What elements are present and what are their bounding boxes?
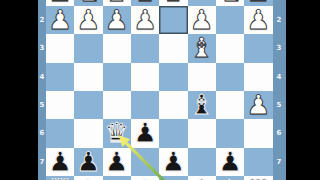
square-b3[interactable] (216, 34, 244, 62)
rank-coords-right: 12345678 (273, 0, 286, 180)
square-g6[interactable] (74, 119, 102, 147)
rank-label-right-7: 7 (273, 158, 286, 166)
rank-label-right-5: 5 (273, 101, 286, 109)
rank-label-left-6: 6 (38, 129, 46, 137)
rank-coords-left: 12345678 (38, 0, 46, 180)
square-d6[interactable] (159, 119, 187, 147)
square-a6[interactable] (244, 119, 272, 147)
square-h2[interactable]: ♟ (46, 6, 74, 34)
square-g4[interactable] (74, 63, 102, 91)
white-pawn-a5: ♟ (246, 91, 270, 119)
square-c6[interactable] (188, 119, 216, 147)
black-pawn-d7: ♟ (161, 148, 185, 176)
white-pawn-e2: ♟ (133, 6, 157, 34)
square-h6[interactable] (46, 119, 74, 147)
white-pawn-a2: ♟ (246, 6, 270, 34)
black-bishop-c8: ♝ (190, 176, 214, 180)
square-d7[interactable]: ♟ (159, 148, 187, 176)
black-pawn-e6: ♟ (133, 119, 157, 147)
rank-label-left-2: 2 (38, 16, 46, 24)
rank-label-left-4: 4 (38, 73, 46, 81)
square-h5[interactable] (46, 91, 74, 119)
square-a3[interactable] (244, 34, 272, 62)
black-pawn-b7: ♟ (218, 148, 242, 176)
square-e8[interactable]: ♚ (131, 176, 159, 180)
square-e5[interactable] (131, 91, 159, 119)
square-h7[interactable]: ♟ (46, 148, 74, 176)
square-h8[interactable]: ♜ (46, 176, 74, 180)
black-pawn-h7: ♟ (48, 148, 72, 176)
square-c2[interactable]: ♟ (188, 6, 216, 34)
square-d8[interactable] (159, 176, 187, 180)
square-c4[interactable] (188, 63, 216, 91)
square-d2[interactable] (159, 6, 187, 34)
black-king-e8: ♚ (133, 176, 157, 180)
white-pawn-g2: ♟ (76, 6, 100, 34)
rank-label-right-4: 4 (273, 73, 286, 81)
square-f4[interactable] (103, 63, 131, 91)
square-a7[interactable] (244, 148, 272, 176)
square-a4[interactable] (244, 63, 272, 91)
square-b7[interactable]: ♟ (216, 148, 244, 176)
square-g3[interactable] (74, 34, 102, 62)
square-e2[interactable]: ♟ (131, 6, 159, 34)
black-rook-a8: ♜ (246, 176, 270, 180)
square-g7[interactable]: ♟ (74, 148, 102, 176)
square-g2[interactable]: ♟ (74, 6, 102, 34)
square-f8[interactable] (103, 176, 131, 180)
screenshot-root: 12345678 12345678 ♜♞♝♚♛♞♜♟♟♟♟♟♟♝♝♟♛♟♟♟♟♟… (0, 0, 320, 180)
square-f6[interactable]: ♛ (103, 119, 131, 147)
square-a8[interactable]: ♜ (244, 176, 272, 180)
rank-label-left-3: 3 (38, 44, 46, 52)
letterbox-left (0, 0, 38, 180)
square-h3[interactable] (46, 34, 74, 62)
square-b8[interactable]: ♞ (216, 176, 244, 180)
rank-label-right-6: 6 (273, 129, 286, 137)
square-f2[interactable]: ♟ (103, 6, 131, 34)
rank-label-left-5: 5 (38, 101, 46, 109)
square-f7[interactable]: ♟ (103, 148, 131, 176)
square-c7[interactable] (188, 148, 216, 176)
square-d5[interactable] (159, 91, 187, 119)
square-c8[interactable]: ♝ (188, 176, 216, 180)
square-b4[interactable] (216, 63, 244, 91)
square-c3[interactable]: ♝ (188, 34, 216, 62)
square-b2[interactable] (216, 6, 244, 34)
black-knight-b8: ♞ (218, 176, 242, 180)
square-c5[interactable]: ♝ (188, 91, 216, 119)
rank-label-right-2: 2 (273, 16, 286, 24)
square-g5[interactable] (74, 91, 102, 119)
black-knight-g8: ♞ (76, 176, 100, 180)
square-e3[interactable] (131, 34, 159, 62)
black-pawn-f7: ♟ (105, 148, 129, 176)
square-f5[interactable] (103, 91, 131, 119)
letterbox-right (286, 0, 320, 180)
square-a5[interactable]: ♟ (244, 91, 272, 119)
square-d4[interactable] (159, 63, 187, 91)
square-g8[interactable]: ♞ (74, 176, 102, 180)
square-d3[interactable] (159, 34, 187, 62)
white-pawn-c2: ♟ (190, 6, 214, 34)
square-b6[interactable] (216, 119, 244, 147)
square-e7[interactable] (131, 148, 159, 176)
square-f3[interactable] (103, 34, 131, 62)
black-pawn-g7: ♟ (76, 148, 100, 176)
black-rook-h8: ♜ (48, 176, 72, 180)
square-h4[interactable] (46, 63, 74, 91)
white-pawn-f2: ♟ (105, 6, 129, 34)
white-bishop-c3: ♝ (190, 34, 214, 62)
square-e4[interactable] (131, 63, 159, 91)
black-queen-f6: ♛ (105, 119, 129, 147)
white-pawn-h2: ♟ (48, 6, 72, 34)
square-e6[interactable]: ♟ (131, 119, 159, 147)
square-a2[interactable]: ♟ (244, 6, 272, 34)
square-b5[interactable] (216, 91, 244, 119)
rank-label-left-7: 7 (38, 158, 46, 166)
rank-label-right-3: 3 (273, 44, 286, 52)
black-bishop-c5: ♝ (190, 91, 214, 119)
chess-board[interactable]: ♜♞♝♚♛♞♜♟♟♟♟♟♟♝♝♟♛♟♟♟♟♟♟♜♞♚♝♞♜ (46, 0, 273, 180)
